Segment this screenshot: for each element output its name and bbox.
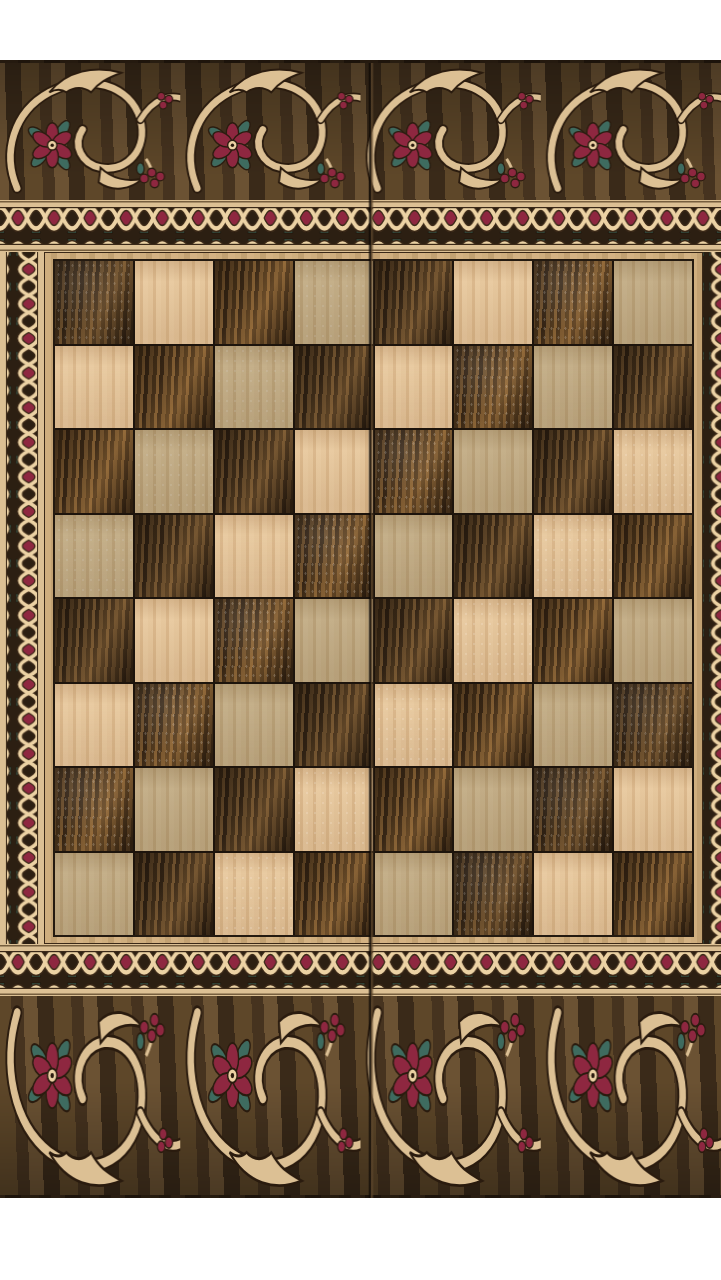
square-f1 bbox=[454, 853, 532, 936]
floral-scroll-ornament bbox=[0, 63, 721, 200]
lattice-band bbox=[0, 944, 721, 996]
lattice-border-right bbox=[703, 252, 721, 944]
square-g3 bbox=[534, 684, 612, 767]
square-g5 bbox=[534, 515, 612, 598]
floral-scroll-ornament bbox=[0, 996, 721, 1195]
square-b7 bbox=[135, 346, 213, 429]
lattice-border-bottom bbox=[0, 944, 721, 996]
square-a6 bbox=[55, 430, 133, 513]
square-g1 bbox=[534, 853, 612, 936]
square-e8 bbox=[375, 261, 453, 344]
square-f3 bbox=[454, 684, 532, 767]
square-a8 bbox=[55, 261, 133, 344]
lattice-band bbox=[0, 200, 721, 252]
square-d1 bbox=[295, 853, 373, 936]
square-f6 bbox=[454, 430, 532, 513]
square-c3 bbox=[215, 684, 293, 767]
square-c7 bbox=[215, 346, 293, 429]
white-margin-bottom bbox=[0, 1198, 721, 1280]
square-d7 bbox=[295, 346, 373, 429]
square-g2 bbox=[534, 768, 612, 851]
square-h6 bbox=[614, 430, 692, 513]
square-a5 bbox=[55, 515, 133, 598]
square-h7 bbox=[614, 346, 692, 429]
square-b5 bbox=[135, 515, 213, 598]
square-h8 bbox=[614, 261, 692, 344]
square-d6 bbox=[295, 430, 373, 513]
square-c8 bbox=[215, 261, 293, 344]
square-a2 bbox=[55, 768, 133, 851]
square-e1 bbox=[375, 853, 453, 936]
square-f8 bbox=[454, 261, 532, 344]
square-e3 bbox=[375, 684, 453, 767]
square-b6 bbox=[135, 430, 213, 513]
square-e6 bbox=[375, 430, 453, 513]
square-d4 bbox=[295, 599, 373, 682]
square-d3 bbox=[295, 684, 373, 767]
square-c4 bbox=[215, 599, 293, 682]
floral-border-bottom bbox=[0, 996, 721, 1195]
square-e2 bbox=[375, 768, 453, 851]
square-e7 bbox=[375, 346, 453, 429]
square-a3 bbox=[55, 684, 133, 767]
square-c6 bbox=[215, 430, 293, 513]
square-f4 bbox=[454, 599, 532, 682]
square-h1 bbox=[614, 853, 692, 936]
white-margin-top bbox=[0, 0, 721, 60]
square-d2 bbox=[295, 768, 373, 851]
square-h5 bbox=[614, 515, 692, 598]
square-g6 bbox=[534, 430, 612, 513]
square-h2 bbox=[614, 768, 692, 851]
square-b1 bbox=[135, 853, 213, 936]
square-b2 bbox=[135, 768, 213, 851]
lattice-border-top bbox=[0, 200, 721, 252]
playfield bbox=[0, 252, 721, 944]
hinge-seam bbox=[368, 63, 374, 1201]
photo-canvas bbox=[0, 0, 721, 1280]
square-b3 bbox=[135, 684, 213, 767]
square-b4 bbox=[135, 599, 213, 682]
square-h3 bbox=[614, 684, 692, 767]
square-a7 bbox=[55, 346, 133, 429]
square-f5 bbox=[454, 515, 532, 598]
square-c5 bbox=[215, 515, 293, 598]
square-a4 bbox=[55, 599, 133, 682]
square-c2 bbox=[215, 768, 293, 851]
board-photo bbox=[0, 60, 721, 1198]
square-e5 bbox=[375, 515, 453, 598]
square-f2 bbox=[454, 768, 532, 851]
square-g7 bbox=[534, 346, 612, 429]
square-b8 bbox=[135, 261, 213, 344]
floral-border-top bbox=[0, 63, 721, 200]
square-d5 bbox=[295, 515, 373, 598]
lattice-border-left bbox=[0, 252, 44, 944]
lattice-band bbox=[0, 252, 44, 944]
square-g4 bbox=[534, 599, 612, 682]
square-d8 bbox=[295, 261, 373, 344]
lattice-band bbox=[703, 252, 721, 944]
square-e4 bbox=[375, 599, 453, 682]
square-g8 bbox=[534, 261, 612, 344]
square-h4 bbox=[614, 599, 692, 682]
square-a1 bbox=[55, 853, 133, 936]
square-c1 bbox=[215, 853, 293, 936]
square-f7 bbox=[454, 346, 532, 429]
